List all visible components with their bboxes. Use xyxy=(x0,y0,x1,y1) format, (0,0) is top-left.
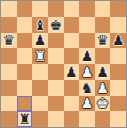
square-h1[interactable] xyxy=(110,111,126,127)
square-e6[interactable] xyxy=(64,33,80,49)
square-f1[interactable] xyxy=(79,111,95,127)
screenshot-stage: ♝♚♛♟♛♟♜♟♟♟♟♞♟♟♚♜ xyxy=(0,0,127,128)
square-e2[interactable] xyxy=(64,96,80,112)
square-c6[interactable]: ♟ xyxy=(32,33,48,49)
square-f2[interactable]: ♟ xyxy=(79,96,95,112)
black-bishop[interactable]: ♝ xyxy=(34,17,47,31)
square-h4[interactable] xyxy=(110,64,126,80)
square-f6[interactable] xyxy=(79,33,95,49)
square-b3[interactable] xyxy=(17,80,33,96)
black-king[interactable]: ♚ xyxy=(49,17,62,31)
square-g6[interactable]: ♛ xyxy=(95,33,111,49)
square-d4[interactable] xyxy=(48,64,64,80)
square-f3[interactable]: ♞ xyxy=(79,80,95,96)
square-a8[interactable] xyxy=(1,1,17,17)
square-d2[interactable] xyxy=(48,96,64,112)
square-h3[interactable] xyxy=(110,80,126,96)
black-rook[interactable]: ♜ xyxy=(18,112,31,126)
square-e8[interactable] xyxy=(64,1,80,17)
square-a3[interactable] xyxy=(1,80,17,96)
square-e5[interactable] xyxy=(64,48,80,64)
square-a5[interactable] xyxy=(1,48,17,64)
square-b5[interactable] xyxy=(17,48,33,64)
white-rook[interactable]: ♜ xyxy=(34,49,47,63)
square-f8[interactable] xyxy=(79,1,95,17)
square-h2[interactable] xyxy=(110,96,126,112)
square-c8[interactable] xyxy=(32,1,48,17)
black-pawn[interactable]: ♟ xyxy=(112,33,125,47)
square-h6[interactable]: ♟ xyxy=(110,33,126,49)
square-c2[interactable] xyxy=(32,96,48,112)
black-pawn[interactable]: ♟ xyxy=(65,64,78,78)
chess-board: ♝♚♛♟♛♟♜♟♟♟♟♞♟♟♚♜ xyxy=(0,0,127,128)
square-g5[interactable] xyxy=(95,48,111,64)
square-g8[interactable] xyxy=(95,1,111,17)
square-b8[interactable] xyxy=(17,1,33,17)
square-f4[interactable]: ♟ xyxy=(79,64,95,80)
square-d5[interactable] xyxy=(48,48,64,64)
black-pawn[interactable]: ♟ xyxy=(81,49,94,63)
square-e1[interactable] xyxy=(64,111,80,127)
square-c7[interactable]: ♝ xyxy=(32,17,48,33)
square-d6[interactable] xyxy=(48,33,64,49)
square-g2[interactable]: ♚ xyxy=(95,96,111,112)
square-f7[interactable] xyxy=(79,17,95,33)
square-d3[interactable] xyxy=(48,80,64,96)
square-d1[interactable] xyxy=(48,111,64,127)
square-b4[interactable] xyxy=(17,64,33,80)
black-pawn[interactable]: ♟ xyxy=(34,33,47,47)
black-pawn[interactable]: ♟ xyxy=(96,64,109,78)
square-b2[interactable] xyxy=(17,96,33,112)
white-pawn[interactable]: ♟ xyxy=(96,80,109,94)
square-g3[interactable]: ♟ xyxy=(95,80,111,96)
square-c5[interactable]: ♜ xyxy=(32,48,48,64)
square-c1[interactable] xyxy=(32,111,48,127)
square-h7[interactable] xyxy=(110,17,126,33)
square-f5[interactable]: ♟ xyxy=(79,48,95,64)
square-e4[interactable]: ♟ xyxy=(64,64,80,80)
square-a2[interactable] xyxy=(1,96,17,112)
square-a7[interactable] xyxy=(1,17,17,33)
square-c4[interactable] xyxy=(32,64,48,80)
square-e7[interactable] xyxy=(64,17,80,33)
square-e3[interactable] xyxy=(64,80,80,96)
square-a6[interactable]: ♛ xyxy=(1,33,17,49)
black-queen[interactable]: ♛ xyxy=(96,33,109,47)
white-pawn[interactable]: ♟ xyxy=(81,64,94,78)
square-g4[interactable]: ♟ xyxy=(95,64,111,80)
square-b6[interactable] xyxy=(17,33,33,49)
square-d7[interactable]: ♚ xyxy=(48,17,64,33)
square-d8[interactable] xyxy=(48,1,64,17)
square-a1[interactable] xyxy=(1,111,17,127)
square-c3[interactable] xyxy=(32,80,48,96)
square-g1[interactable] xyxy=(95,111,111,127)
white-king[interactable]: ♚ xyxy=(96,96,109,110)
square-b7[interactable] xyxy=(17,17,33,33)
square-b1[interactable]: ♜ xyxy=(17,111,33,127)
square-h8[interactable] xyxy=(110,1,126,17)
white-pawn[interactable]: ♟ xyxy=(81,96,94,110)
black-queen[interactable]: ♛ xyxy=(3,33,16,47)
square-h5[interactable] xyxy=(110,48,126,64)
black-knight[interactable]: ♞ xyxy=(81,80,94,94)
square-g7[interactable] xyxy=(95,17,111,33)
square-a4[interactable] xyxy=(1,64,17,80)
